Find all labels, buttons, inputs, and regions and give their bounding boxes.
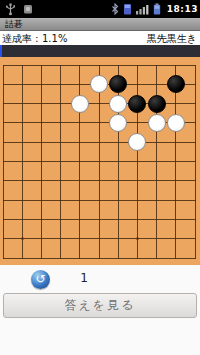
white-stone (71, 95, 89, 113)
white-stone (90, 75, 108, 93)
bluetooth-icon (111, 3, 119, 15)
data-connection-icon (123, 3, 132, 15)
board-grid-line (3, 238, 196, 239)
achievement-rate-label: 達成率：1.1% (2, 32, 67, 46)
board-grid-line (195, 65, 196, 259)
black-stone (148, 95, 166, 113)
show-answer-button[interactable]: 答えを見る (3, 293, 197, 318)
black-stone (128, 95, 146, 113)
board-grid-line (156, 65, 157, 259)
app-screen: 18:13 詰碁 達成率：1.1% 黒先黒生き ↺ 1 答えを見る (0, 0, 200, 355)
status-bar-clock: 18:13 (165, 4, 198, 14)
white-stone (109, 114, 127, 132)
black-stone (109, 75, 127, 93)
board-grid-line (3, 219, 196, 220)
status-bar-right: 18:13 (111, 2, 198, 16)
go-board[interactable] (0, 57, 200, 265)
board-grid-line (3, 180, 196, 181)
info-bar: 達成率：1.1% 黒先黒生き (0, 31, 200, 45)
status-bar-left (5, 2, 33, 16)
black-stone (167, 75, 185, 93)
title-bar: 詰碁 (0, 18, 200, 31)
board-grid-line (3, 200, 196, 201)
progress-fill (0, 45, 2, 57)
usb-icon (5, 3, 16, 16)
battery-icon (153, 3, 161, 15)
star-point (136, 237, 139, 240)
signal-strength-icon (136, 3, 149, 15)
white-stone (128, 133, 146, 151)
undo-globe-icon[interactable]: ↺ (31, 270, 50, 289)
white-stone (148, 114, 166, 132)
problem-goal-label: 黒先黒生き (147, 32, 197, 46)
bottom-controls: ↺ 1 答えを見る (0, 265, 200, 355)
move-count: 1 (76, 271, 92, 285)
board-grid-line (118, 65, 119, 259)
board-grid-line (3, 258, 196, 259)
white-stone (167, 114, 185, 132)
achievement-progress-bar (0, 45, 200, 57)
star-point (21, 237, 24, 240)
app-title: 詰碁 (0, 18, 200, 30)
board-grid-line (175, 65, 176, 259)
white-stone (109, 95, 127, 113)
board-grid-line (3, 161, 196, 162)
usb-debugging-icon (23, 3, 33, 15)
status-bar: 18:13 (0, 0, 200, 18)
board-grid-line (137, 65, 138, 259)
